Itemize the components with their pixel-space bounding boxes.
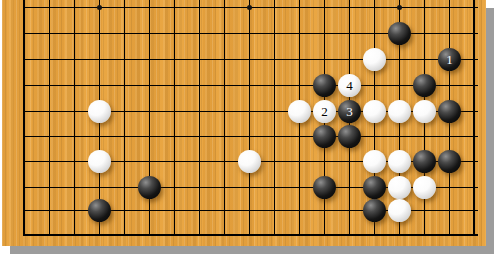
grid-line-vertical <box>23 0 25 236</box>
grid-line-vertical <box>49 0 50 236</box>
grid-line-horizontal <box>25 85 478 86</box>
stone-black <box>338 125 361 148</box>
stone-black <box>88 199 111 222</box>
go-diagram: 1423 <box>0 0 500 260</box>
grid-line-vertical <box>274 0 275 236</box>
stone-white <box>413 176 436 199</box>
stone-white: 2 <box>313 100 336 123</box>
stone-white <box>388 150 411 173</box>
stone-white <box>363 100 386 123</box>
stone-white <box>363 48 386 71</box>
stone-white <box>88 150 111 173</box>
stone-black <box>413 74 436 97</box>
stone-black <box>438 150 461 173</box>
stone-white <box>388 100 411 123</box>
grid-line-vertical <box>74 0 75 236</box>
move-number-label: 3 <box>338 100 361 123</box>
grid-line-vertical <box>174 0 175 236</box>
stone-white <box>388 199 411 222</box>
stone-black <box>413 150 436 173</box>
go-board[interactable]: 1423 <box>2 0 486 246</box>
stone-white <box>88 100 111 123</box>
move-number-label: 1 <box>438 48 461 71</box>
grid-line-horizontal <box>25 234 478 236</box>
stone-black: 1 <box>438 48 461 71</box>
stone-white <box>413 100 436 123</box>
stone-white <box>388 176 411 199</box>
stone-black <box>313 176 336 199</box>
grid-line-vertical <box>473 0 475 236</box>
grid-line-vertical <box>224 0 225 236</box>
grid-line-vertical <box>199 0 200 236</box>
stone-white <box>238 150 261 173</box>
hoshi-point <box>247 5 252 10</box>
move-number-label: 2 <box>313 100 336 123</box>
grid-line-horizontal <box>25 59 478 60</box>
stone-black <box>363 176 386 199</box>
grid-line-horizontal <box>25 136 478 137</box>
hoshi-point <box>397 5 402 10</box>
stone-black <box>363 199 386 222</box>
stone-white <box>288 100 311 123</box>
grid-line-vertical <box>124 0 125 236</box>
stone-white: 4 <box>338 74 361 97</box>
stone-black <box>438 100 461 123</box>
stone-black <box>138 176 161 199</box>
grid-line-vertical <box>249 0 250 236</box>
stone-white <box>363 150 386 173</box>
stone-black <box>388 22 411 45</box>
hoshi-point <box>97 5 102 10</box>
stone-black: 3 <box>338 100 361 123</box>
stone-black <box>313 74 336 97</box>
grid-line-vertical <box>149 0 150 236</box>
stone-black <box>313 125 336 148</box>
move-number-label: 4 <box>338 74 361 97</box>
